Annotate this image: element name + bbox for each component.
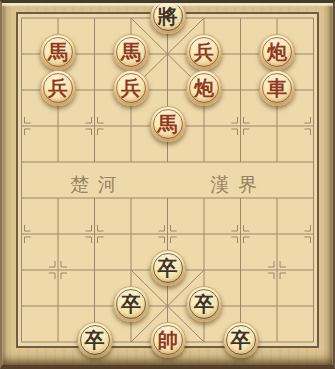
piece-red-e7[interactable]: 馬 bbox=[150, 106, 186, 142]
piece-red-h8[interactable]: 車 bbox=[259, 70, 295, 106]
piece-black-c1[interactable]: 卒 bbox=[77, 322, 113, 358]
board-grid[interactable]: 將馬馬兵炮兵兵炮車馬卒卒卒卒帥卒 bbox=[3, 0, 332, 360]
xiangqi-board: 楚河 漢界 將馬馬兵炮兵兵炮車馬卒卒卒卒帥卒 bbox=[0, 0, 335, 369]
piece-character: 卒 bbox=[85, 329, 105, 351]
piece-red-f9[interactable]: 兵 bbox=[186, 34, 222, 70]
piece-red-d9[interactable]: 馬 bbox=[113, 34, 149, 70]
piece-character: 炮 bbox=[267, 41, 287, 63]
piece-character: 兵 bbox=[48, 77, 68, 99]
piece-character: 帥 bbox=[158, 329, 178, 351]
piece-character: 卒 bbox=[231, 329, 251, 351]
piece-character: 兵 bbox=[121, 77, 141, 99]
piece-character: 車 bbox=[267, 77, 287, 99]
piece-red-b8[interactable]: 兵 bbox=[40, 70, 76, 106]
piece-red-d8[interactable]: 兵 bbox=[113, 70, 149, 106]
piece-character: 馬 bbox=[121, 41, 141, 63]
piece-red-h9[interactable]: 炮 bbox=[259, 34, 295, 70]
piece-character: 炮 bbox=[194, 77, 214, 99]
piece-red-b9[interactable]: 馬 bbox=[40, 34, 76, 70]
piece-character: 馬 bbox=[158, 113, 178, 135]
piece-black-e10[interactable]: 將 bbox=[150, 0, 186, 34]
piece-character: 卒 bbox=[121, 293, 141, 315]
piece-black-g1[interactable]: 卒 bbox=[223, 322, 259, 358]
piece-black-d2[interactable]: 卒 bbox=[113, 286, 149, 322]
piece-character: 將 bbox=[158, 5, 178, 27]
piece-character: 兵 bbox=[194, 41, 214, 63]
piece-black-e3[interactable]: 卒 bbox=[150, 250, 186, 286]
piece-character: 卒 bbox=[158, 257, 178, 279]
piece-character: 卒 bbox=[194, 293, 214, 315]
piece-red-f8[interactable]: 炮 bbox=[186, 70, 222, 106]
piece-red-e1[interactable]: 帥 bbox=[150, 322, 186, 358]
piece-character: 馬 bbox=[48, 41, 68, 63]
piece-black-f2[interactable]: 卒 bbox=[186, 286, 222, 322]
